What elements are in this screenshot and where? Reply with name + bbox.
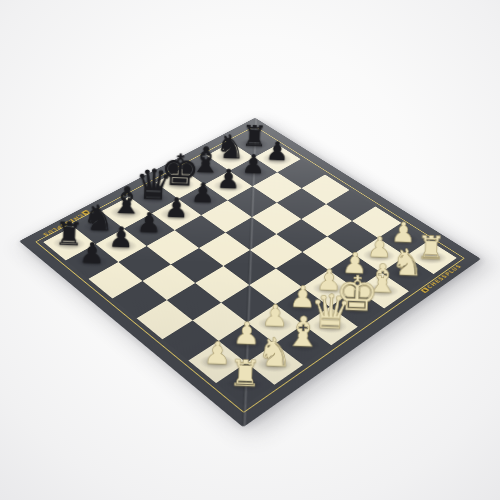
piece-white-rook-a1[interactable]: ♜ <box>208 355 282 394</box>
camera-tilt-wrapper: ♞ CHESSPLUS ♞ CHESSPLUS ♜♞♝♛♚♝♞♜♟♟♟♟♟♟♟♟… <box>0 0 500 500</box>
photo-backdrop: ♞ CHESSPLUS ♞ CHESSPLUS ♜♞♝♛♚♝♞♜♟♟♟♟♟♟♟♟… <box>0 0 500 500</box>
piece-black-pawn-a7[interactable]: ♟ <box>63 239 121 270</box>
